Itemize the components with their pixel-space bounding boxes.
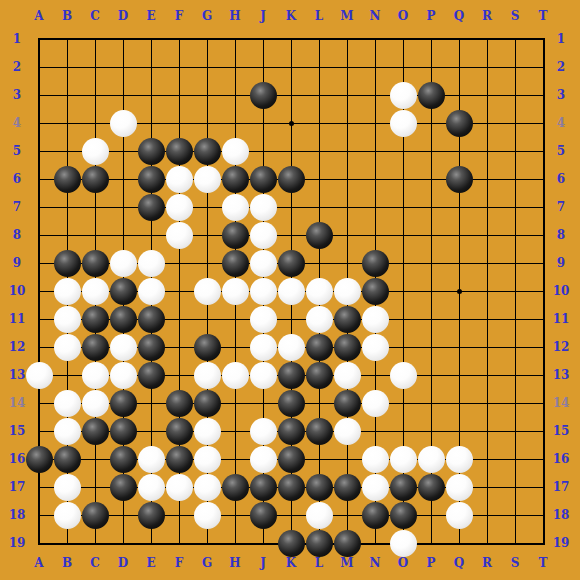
black-stone xyxy=(82,502,109,529)
white-stone xyxy=(26,362,53,389)
white-stone xyxy=(166,194,193,221)
black-stone xyxy=(138,166,165,193)
black-stone xyxy=(138,362,165,389)
column-label: G xyxy=(195,9,219,23)
column-label: A xyxy=(27,556,51,570)
white-stone xyxy=(194,474,221,501)
black-stone xyxy=(110,306,137,333)
white-stone xyxy=(138,250,165,277)
column-label: P xyxy=(419,556,443,570)
column-label: O xyxy=(391,9,415,23)
black-stone xyxy=(194,334,221,361)
black-stone xyxy=(250,474,277,501)
black-stone xyxy=(54,166,81,193)
column-label: K xyxy=(279,9,303,23)
white-stone xyxy=(334,418,361,445)
black-stone xyxy=(418,474,445,501)
column-label: L xyxy=(307,9,331,23)
black-stone xyxy=(306,222,333,249)
column-label: S xyxy=(503,9,527,23)
column-label: T xyxy=(531,9,555,23)
black-stone xyxy=(166,390,193,417)
white-stone xyxy=(250,334,277,361)
white-stone xyxy=(194,446,221,473)
white-stone xyxy=(362,446,389,473)
white-stone xyxy=(194,362,221,389)
white-stone xyxy=(138,278,165,305)
row-label: 1 xyxy=(549,32,573,46)
row-label: 2 xyxy=(549,60,573,74)
column-label: P xyxy=(419,9,443,23)
row-label: 12 xyxy=(549,340,573,354)
black-stone xyxy=(278,446,305,473)
black-stone xyxy=(54,446,81,473)
column-label: M xyxy=(335,9,359,23)
black-stone xyxy=(334,530,361,557)
white-stone xyxy=(306,278,333,305)
white-stone xyxy=(446,502,473,529)
white-stone xyxy=(278,334,305,361)
white-stone xyxy=(82,138,109,165)
black-stone xyxy=(278,362,305,389)
row-label: 8 xyxy=(5,228,29,242)
black-stone xyxy=(82,418,109,445)
column-label: G xyxy=(195,556,219,570)
black-stone xyxy=(362,278,389,305)
row-label: 13 xyxy=(549,368,573,382)
row-label: 18 xyxy=(5,508,29,522)
white-stone xyxy=(110,250,137,277)
black-stone xyxy=(138,306,165,333)
row-label: 5 xyxy=(549,144,573,158)
row-label: 11 xyxy=(549,312,573,326)
column-label: N xyxy=(363,9,387,23)
column-label: T xyxy=(531,556,555,570)
white-stone xyxy=(222,362,249,389)
column-label: B xyxy=(55,556,79,570)
row-label: 19 xyxy=(549,536,573,550)
black-stone xyxy=(138,334,165,361)
white-stone xyxy=(82,362,109,389)
white-stone xyxy=(82,278,109,305)
row-label: 8 xyxy=(549,228,573,242)
column-label: M xyxy=(335,556,359,570)
white-stone xyxy=(110,334,137,361)
black-stone xyxy=(446,110,473,137)
column-label: K xyxy=(279,556,303,570)
row-label: 15 xyxy=(5,424,29,438)
white-stone xyxy=(166,222,193,249)
black-stone xyxy=(250,166,277,193)
black-stone xyxy=(362,502,389,529)
star-point xyxy=(289,121,294,126)
black-stone xyxy=(82,334,109,361)
white-stone xyxy=(418,446,445,473)
row-label: 7 xyxy=(549,200,573,214)
white-stone xyxy=(194,166,221,193)
black-stone xyxy=(110,418,137,445)
row-label: 6 xyxy=(5,172,29,186)
row-label: 15 xyxy=(549,424,573,438)
black-stone xyxy=(250,82,277,109)
column-label: N xyxy=(363,556,387,570)
row-label: 18 xyxy=(549,508,573,522)
white-stone xyxy=(54,418,81,445)
black-stone xyxy=(278,166,305,193)
white-stone xyxy=(138,474,165,501)
column-label: E xyxy=(139,556,163,570)
white-stone xyxy=(250,250,277,277)
white-stone xyxy=(278,278,305,305)
black-stone xyxy=(278,250,305,277)
row-label: 3 xyxy=(549,88,573,102)
black-stone xyxy=(222,222,249,249)
column-label: H xyxy=(223,9,247,23)
row-label: 17 xyxy=(549,480,573,494)
black-stone xyxy=(110,446,137,473)
row-label: 4 xyxy=(5,116,29,130)
black-stone xyxy=(222,250,249,277)
white-stone xyxy=(446,474,473,501)
white-stone xyxy=(222,278,249,305)
white-stone xyxy=(110,362,137,389)
black-stone xyxy=(278,530,305,557)
white-stone xyxy=(362,334,389,361)
row-label: 10 xyxy=(549,284,573,298)
column-label: C xyxy=(83,9,107,23)
white-stone xyxy=(334,278,361,305)
black-stone xyxy=(194,138,221,165)
row-label: 9 xyxy=(549,256,573,270)
black-stone xyxy=(222,474,249,501)
white-stone xyxy=(54,474,81,501)
column-label: H xyxy=(223,556,247,570)
black-stone xyxy=(166,418,193,445)
white-stone xyxy=(362,390,389,417)
black-stone xyxy=(166,446,193,473)
row-label: 17 xyxy=(5,480,29,494)
white-stone xyxy=(166,474,193,501)
column-label: D xyxy=(111,556,135,570)
black-stone xyxy=(166,138,193,165)
white-stone xyxy=(390,82,417,109)
column-label: R xyxy=(475,556,499,570)
white-stone xyxy=(390,362,417,389)
white-stone xyxy=(54,278,81,305)
white-stone xyxy=(446,446,473,473)
row-label: 14 xyxy=(549,396,573,410)
black-stone xyxy=(306,530,333,557)
black-stone xyxy=(250,502,277,529)
white-stone xyxy=(250,362,277,389)
column-label: J xyxy=(251,9,275,23)
row-label: 2 xyxy=(5,60,29,74)
black-stone xyxy=(82,166,109,193)
row-label: 6 xyxy=(549,172,573,186)
white-stone xyxy=(222,194,249,221)
white-stone xyxy=(390,446,417,473)
white-stone xyxy=(82,390,109,417)
row-label: 4 xyxy=(549,116,573,130)
column-label: S xyxy=(503,556,527,570)
white-stone xyxy=(390,110,417,137)
white-stone xyxy=(194,502,221,529)
column-label: L xyxy=(307,556,331,570)
white-stone xyxy=(54,502,81,529)
row-label: 16 xyxy=(549,452,573,466)
white-stone xyxy=(306,306,333,333)
white-stone xyxy=(250,222,277,249)
column-label: E xyxy=(139,9,163,23)
black-stone xyxy=(138,502,165,529)
row-label: 11 xyxy=(5,312,29,326)
black-stone xyxy=(362,250,389,277)
black-stone xyxy=(306,362,333,389)
column-label: Q xyxy=(447,9,471,23)
black-stone xyxy=(278,474,305,501)
column-label: D xyxy=(111,9,135,23)
black-stone xyxy=(390,502,417,529)
go-board[interactable]: AABBCCDDEEFFGGHHJJKKLLMMNNOOPPQQRRSSTT11… xyxy=(0,0,580,580)
column-label: F xyxy=(167,9,191,23)
white-stone xyxy=(54,306,81,333)
column-label: F xyxy=(167,556,191,570)
black-stone xyxy=(306,474,333,501)
black-stone xyxy=(390,474,417,501)
white-stone xyxy=(390,530,417,557)
black-stone xyxy=(194,390,221,417)
black-stone xyxy=(138,138,165,165)
black-stone xyxy=(110,390,137,417)
row-label: 12 xyxy=(5,340,29,354)
black-stone xyxy=(446,166,473,193)
black-stone xyxy=(306,418,333,445)
black-stone xyxy=(418,82,445,109)
star-point xyxy=(457,289,462,294)
white-stone xyxy=(362,306,389,333)
white-stone xyxy=(250,446,277,473)
white-stone xyxy=(110,110,137,137)
column-label: J xyxy=(251,556,275,570)
black-stone xyxy=(334,306,361,333)
black-stone xyxy=(82,250,109,277)
white-stone xyxy=(138,446,165,473)
white-stone xyxy=(334,362,361,389)
column-label: Q xyxy=(447,556,471,570)
column-label: B xyxy=(55,9,79,23)
column-label: A xyxy=(27,9,51,23)
white-stone xyxy=(54,334,81,361)
row-label: 1 xyxy=(5,32,29,46)
row-label: 19 xyxy=(5,536,29,550)
column-label: O xyxy=(391,556,415,570)
black-stone xyxy=(110,278,137,305)
white-stone xyxy=(194,418,221,445)
row-label: 9 xyxy=(5,256,29,270)
black-stone xyxy=(110,474,137,501)
row-label: 5 xyxy=(5,144,29,158)
white-stone xyxy=(306,502,333,529)
black-stone xyxy=(82,306,109,333)
white-stone xyxy=(250,418,277,445)
black-stone xyxy=(306,334,333,361)
white-stone xyxy=(194,278,221,305)
row-label: 14 xyxy=(5,396,29,410)
black-stone xyxy=(138,194,165,221)
white-stone xyxy=(250,194,277,221)
column-label: R xyxy=(475,9,499,23)
black-stone xyxy=(222,166,249,193)
black-stone xyxy=(54,250,81,277)
row-label: 3 xyxy=(5,88,29,102)
row-label: 10 xyxy=(5,284,29,298)
black-stone xyxy=(334,334,361,361)
black-stone xyxy=(26,446,53,473)
white-stone xyxy=(250,306,277,333)
white-stone xyxy=(250,278,277,305)
black-stone xyxy=(334,390,361,417)
black-stone xyxy=(278,418,305,445)
white-stone xyxy=(362,474,389,501)
row-label: 7 xyxy=(5,200,29,214)
column-label: C xyxy=(83,556,107,570)
white-stone xyxy=(166,166,193,193)
white-stone xyxy=(222,138,249,165)
black-stone xyxy=(278,390,305,417)
black-stone xyxy=(334,474,361,501)
white-stone xyxy=(54,390,81,417)
